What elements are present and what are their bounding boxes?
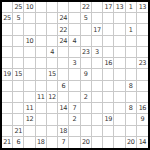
cell-r9c3[interactable] xyxy=(24,92,35,103)
cell-r2c6[interactable]: 24 xyxy=(58,13,69,24)
cell-r2c8[interactable]: 5 xyxy=(81,13,92,24)
cell-r6c1[interactable] xyxy=(2,58,13,69)
cell-r1c1[interactable] xyxy=(2,2,13,13)
cell-r8c9[interactable] xyxy=(92,81,103,92)
cell-r4c2[interactable] xyxy=(13,36,24,47)
cell-r4c8[interactable] xyxy=(81,36,92,47)
cell-r5c12[interactable] xyxy=(126,47,137,58)
cell-r7c12[interactable] xyxy=(126,69,137,80)
puzzle-board: 2510221713113255245221711024442333162319… xyxy=(0,0,150,150)
cell-r10c7[interactable]: 7 xyxy=(69,103,80,114)
cell-r12c9[interactable] xyxy=(92,126,103,137)
cell-r13c7[interactable] xyxy=(69,137,80,148)
cell-r8c13[interactable] xyxy=(137,81,148,92)
cell-r1c3[interactable]: 10 xyxy=(24,2,35,13)
cell-r6c6[interactable] xyxy=(58,58,69,69)
cell-r1c13[interactable]: 13 xyxy=(137,2,148,13)
cell-r13c12[interactable]: 20 xyxy=(126,137,137,148)
cell-r11c3[interactable]: 12 xyxy=(24,114,35,125)
cell-r9c1[interactable] xyxy=(2,92,13,103)
cell-r13c13[interactable]: 14 xyxy=(137,137,148,148)
cell-r11c7[interactable]: 2 xyxy=(69,114,80,125)
cell-r12c11[interactable] xyxy=(114,126,125,137)
cell-r8c8[interactable] xyxy=(81,81,92,92)
cell-r10c12[interactable]: 8 xyxy=(126,103,137,114)
cell-r7c10[interactable] xyxy=(103,69,114,80)
cell-r7c1[interactable]: 19 xyxy=(2,69,13,80)
cell-r12c2[interactable]: 21 xyxy=(13,126,24,137)
cell-r1c5[interactable] xyxy=(47,2,58,13)
cell-r8c4[interactable] xyxy=(36,81,47,92)
cell-r3c12[interactable]: 1 xyxy=(126,24,137,35)
cell-r1c8[interactable]: 22 xyxy=(81,2,92,13)
cell-r12c5[interactable] xyxy=(47,126,58,137)
cell-r4c6[interactable]: 24 xyxy=(58,36,69,47)
cell-r13c6[interactable]: 7 xyxy=(58,137,69,148)
cell-r10c8[interactable] xyxy=(81,103,92,114)
cell-r11c2[interactable] xyxy=(13,114,24,125)
cell-r4c3[interactable]: 10 xyxy=(24,36,35,47)
cell-r4c12[interactable] xyxy=(126,36,137,47)
cell-r4c1[interactable] xyxy=(2,36,13,47)
cell-r2c9[interactable] xyxy=(92,13,103,24)
cell-r9c12[interactable] xyxy=(126,92,137,103)
cell-r4c13[interactable] xyxy=(137,36,148,47)
cell-r10c10[interactable] xyxy=(103,103,114,114)
cell-r5c5[interactable]: 4 xyxy=(47,47,58,58)
cell-r7c11[interactable] xyxy=(114,69,125,80)
cell-r5c6[interactable] xyxy=(58,47,69,58)
cell-r9c8[interactable]: 2 xyxy=(81,92,92,103)
cell-r12c4[interactable] xyxy=(36,126,47,137)
cell-r2c12[interactable] xyxy=(126,13,137,24)
cell-r6c4[interactable] xyxy=(36,58,47,69)
cell-r9c13[interactable] xyxy=(137,92,148,103)
cell-r11c9[interactable] xyxy=(92,114,103,125)
cell-r9c11[interactable] xyxy=(114,92,125,103)
cell-r10c1[interactable] xyxy=(2,103,13,114)
cell-r3c7[interactable] xyxy=(69,24,80,35)
cell-r8c3[interactable] xyxy=(24,81,35,92)
cell-r3c13[interactable] xyxy=(137,24,148,35)
cell-r4c10[interactable] xyxy=(103,36,114,47)
cell-r2c5[interactable] xyxy=(47,13,58,24)
cell-r4c5[interactable] xyxy=(47,36,58,47)
cell-r13c9[interactable] xyxy=(92,137,103,148)
cell-r1c11[interactable]: 13 xyxy=(114,2,125,13)
cell-r9c4[interactable]: 11 xyxy=(36,92,47,103)
cell-r11c10[interactable]: 19 xyxy=(103,114,114,125)
cell-r5c7[interactable] xyxy=(69,47,80,58)
cell-r3c2[interactable] xyxy=(13,24,24,35)
cell-r8c11[interactable] xyxy=(114,81,125,92)
cell-r3c6[interactable]: 22 xyxy=(58,24,69,35)
cell-r2c1[interactable]: 25 xyxy=(2,13,13,24)
cell-r12c3[interactable] xyxy=(24,126,35,137)
cell-r10c13[interactable]: 16 xyxy=(137,103,148,114)
cell-r1c12[interactable]: 1 xyxy=(126,2,137,13)
cell-r13c4[interactable]: 18 xyxy=(36,137,47,148)
cell-r6c2[interactable] xyxy=(13,58,24,69)
cell-r11c8[interactable] xyxy=(81,114,92,125)
cell-r3c3[interactable] xyxy=(24,24,35,35)
cell-r11c5[interactable] xyxy=(47,114,58,125)
cell-r4c4[interactable] xyxy=(36,36,47,47)
cell-r7c5[interactable]: 15 xyxy=(47,69,58,80)
cell-r13c2[interactable]: 6 xyxy=(13,137,24,148)
cell-r8c2[interactable] xyxy=(13,81,24,92)
cell-r7c6[interactable] xyxy=(58,69,69,80)
cell-r11c6[interactable] xyxy=(58,114,69,125)
cell-r10c4[interactable] xyxy=(36,103,47,114)
cell-r7c4[interactable] xyxy=(36,69,47,80)
cell-r10c6[interactable]: 14 xyxy=(58,103,69,114)
cell-r9c2[interactable] xyxy=(13,92,24,103)
cell-r5c4[interactable] xyxy=(36,47,47,58)
cell-r13c5[interactable] xyxy=(47,137,58,148)
cell-r1c9[interactable] xyxy=(92,2,103,13)
cell-r9c5[interactable]: 12 xyxy=(47,92,58,103)
cell-r2c11[interactable] xyxy=(114,13,125,24)
cell-r9c10[interactable] xyxy=(103,92,114,103)
cell-r12c10[interactable] xyxy=(103,126,114,137)
cell-r6c5[interactable] xyxy=(47,58,58,69)
cell-r12c13[interactable] xyxy=(137,126,148,137)
cell-r1c4[interactable] xyxy=(36,2,47,13)
cell-r13c1[interactable]: 21 xyxy=(2,137,13,148)
cell-r13c8[interactable]: 20 xyxy=(81,137,92,148)
cell-r11c1[interactable] xyxy=(2,114,13,125)
cell-r6c13[interactable]: 23 xyxy=(137,58,148,69)
cell-r1c7[interactable] xyxy=(69,2,80,13)
cell-r11c11[interactable] xyxy=(114,114,125,125)
cell-r6c10[interactable]: 16 xyxy=(103,58,114,69)
cell-r13c3[interactable] xyxy=(24,137,35,148)
cell-r8c10[interactable] xyxy=(103,81,114,92)
cell-r6c8[interactable] xyxy=(81,58,92,69)
cell-r10c5[interactable] xyxy=(47,103,58,114)
cell-r5c10[interactable] xyxy=(103,47,114,58)
cell-r5c1[interactable] xyxy=(2,47,13,58)
cell-r2c2[interactable]: 5 xyxy=(13,13,24,24)
cell-r9c6[interactable] xyxy=(58,92,69,103)
cell-r7c7[interactable] xyxy=(69,69,80,80)
cell-r9c9[interactable] xyxy=(92,92,103,103)
cell-r6c7[interactable]: 3 xyxy=(69,58,80,69)
cell-r11c12[interactable] xyxy=(126,114,137,125)
cell-r11c13[interactable]: 9 xyxy=(137,114,148,125)
cell-r3c4[interactable] xyxy=(36,24,47,35)
cell-r1c2[interactable]: 25 xyxy=(13,2,24,13)
cell-r8c6[interactable]: 6 xyxy=(58,81,69,92)
cell-r3c8[interactable] xyxy=(81,24,92,35)
cell-r12c7[interactable] xyxy=(69,126,80,137)
cell-r8c12[interactable]: 8 xyxy=(126,81,137,92)
cell-r4c7[interactable]: 4 xyxy=(69,36,80,47)
cell-r4c9[interactable] xyxy=(92,36,103,47)
cell-r3c10[interactable] xyxy=(103,24,114,35)
cell-r5c8[interactable]: 23 xyxy=(81,47,92,58)
cell-r6c11[interactable] xyxy=(114,58,125,69)
cell-r6c9[interactable] xyxy=(92,58,103,69)
cell-r4c11[interactable] xyxy=(114,36,125,47)
cell-r13c10[interactable] xyxy=(103,137,114,148)
cell-r10c11[interactable] xyxy=(114,103,125,114)
cell-r7c2[interactable]: 15 xyxy=(13,69,24,80)
cell-r5c11[interactable] xyxy=(114,47,125,58)
cell-r2c3[interactable] xyxy=(24,13,35,24)
cell-r2c7[interactable] xyxy=(69,13,80,24)
cell-r13c11[interactable] xyxy=(114,137,125,148)
cell-r2c13[interactable] xyxy=(137,13,148,24)
cell-r1c10[interactable]: 17 xyxy=(103,2,114,13)
cell-r3c5[interactable] xyxy=(47,24,58,35)
cell-r6c12[interactable] xyxy=(126,58,137,69)
cell-r2c4[interactable] xyxy=(36,13,47,24)
cell-r3c9[interactable]: 17 xyxy=(92,24,103,35)
cell-r10c9[interactable] xyxy=(92,103,103,114)
cell-r12c12[interactable] xyxy=(126,126,137,137)
cell-r9c7[interactable] xyxy=(69,92,80,103)
cell-r3c1[interactable] xyxy=(2,24,13,35)
cell-r5c2[interactable] xyxy=(13,47,24,58)
cell-r12c8[interactable] xyxy=(81,126,92,137)
cell-r10c3[interactable]: 11 xyxy=(24,103,35,114)
cell-r10c2[interactable] xyxy=(13,103,24,114)
cell-r5c3[interactable] xyxy=(24,47,35,58)
cell-r5c9[interactable]: 3 xyxy=(92,47,103,58)
cell-r12c1[interactable] xyxy=(2,126,13,137)
cell-r2c10[interactable] xyxy=(103,13,114,24)
cell-r7c3[interactable] xyxy=(24,69,35,80)
cell-r1c6[interactable] xyxy=(58,2,69,13)
cell-r5c13[interactable] xyxy=(137,47,148,58)
cell-r7c8[interactable]: 9 xyxy=(81,69,92,80)
cell-r8c5[interactable] xyxy=(47,81,58,92)
cell-r11c4[interactable] xyxy=(36,114,47,125)
cell-r7c13[interactable] xyxy=(137,69,148,80)
cell-r12c6[interactable]: 18 xyxy=(58,126,69,137)
cell-r8c1[interactable] xyxy=(2,81,13,92)
cell-r6c3[interactable] xyxy=(24,58,35,69)
cell-r3c11[interactable] xyxy=(114,24,125,35)
cell-r8c7[interactable] xyxy=(69,81,80,92)
cell-r7c9[interactable] xyxy=(92,69,103,80)
